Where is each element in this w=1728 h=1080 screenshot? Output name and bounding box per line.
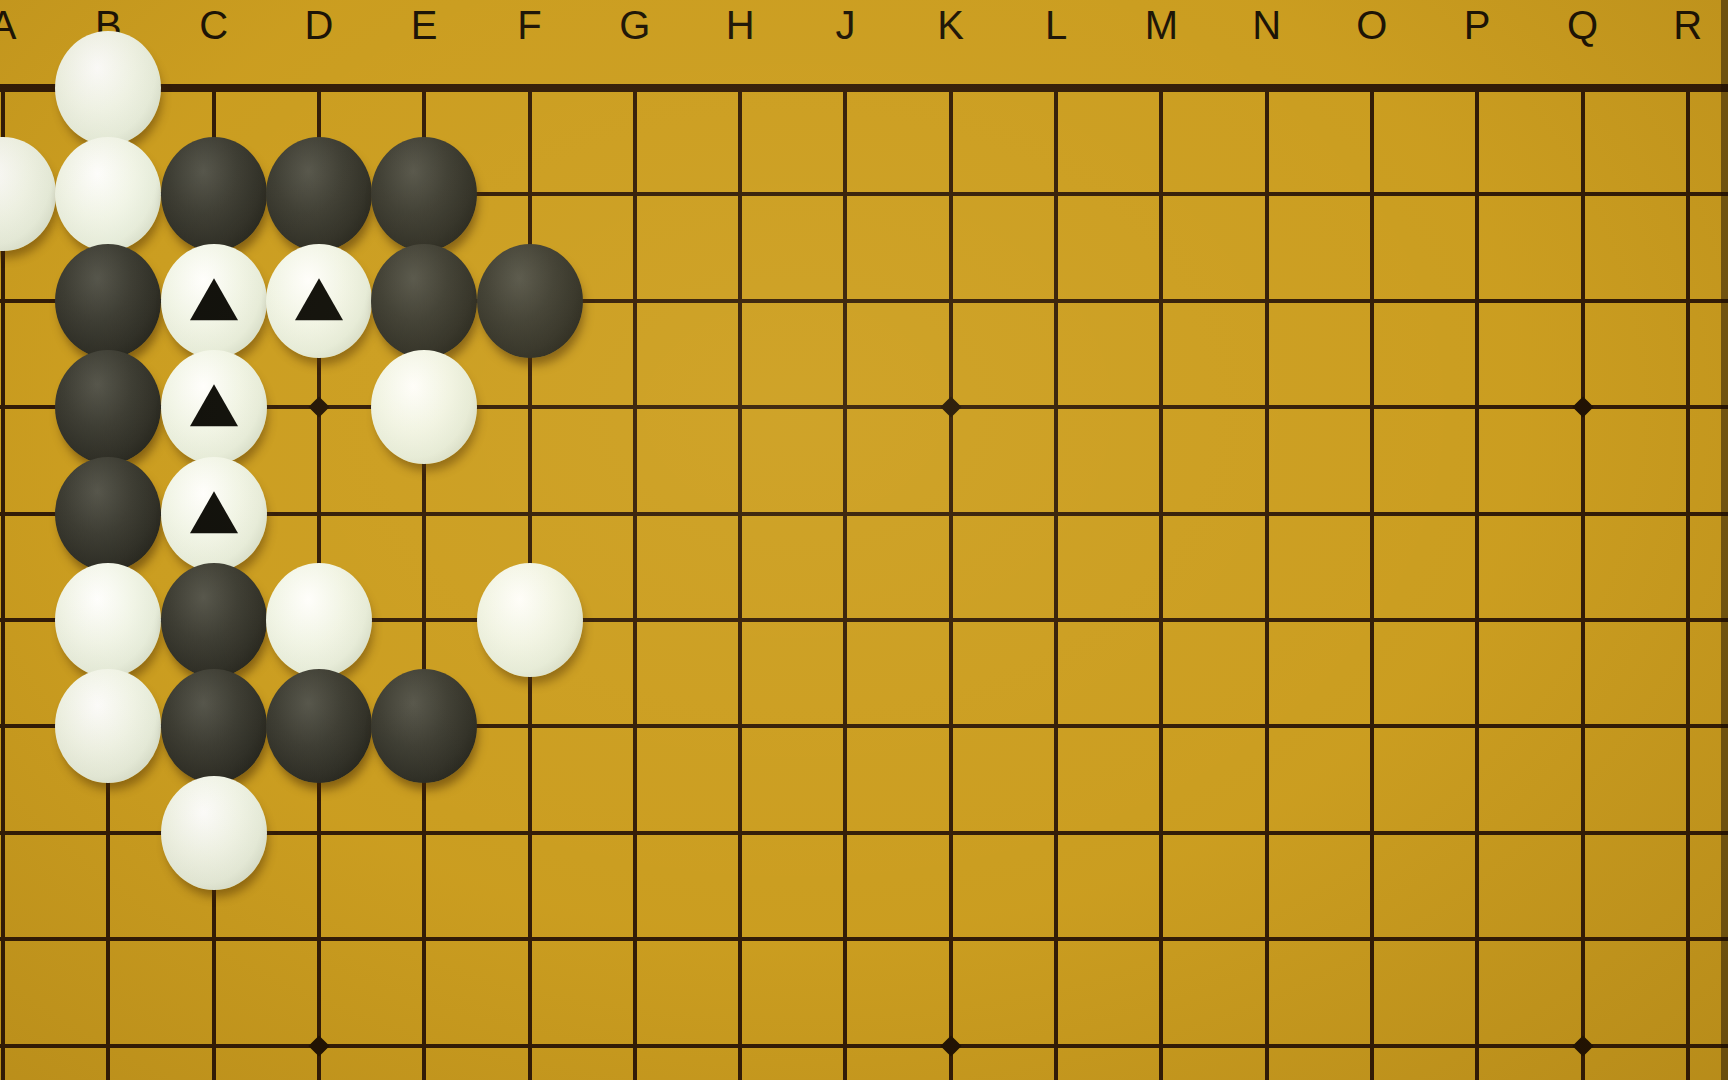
column-label-J: J	[835, 3, 855, 47]
black-stone-C14[interactable]	[161, 563, 267, 677]
grid-line-vertical-M	[1159, 84, 1163, 1080]
column-label-D: D	[304, 3, 333, 47]
black-stone-B16[interactable]	[55, 350, 161, 464]
white-stone-C17[interactable]	[161, 244, 267, 358]
white-stone-B18[interactable]	[55, 137, 161, 251]
black-stone-C13[interactable]	[161, 669, 267, 783]
column-label-R: R	[1673, 3, 1702, 47]
grid-line-vertical-P	[1475, 84, 1479, 1080]
triangle-mark-icon	[295, 278, 343, 320]
white-stone-E16[interactable]	[371, 350, 477, 464]
column-label-H: H	[726, 3, 755, 47]
black-stone-C18[interactable]	[161, 137, 267, 251]
grid-line-vertical-O	[1370, 84, 1374, 1080]
star-point-Q10	[1572, 1035, 1593, 1056]
black-stone-E13[interactable]	[371, 669, 477, 783]
black-stone-F17[interactable]	[477, 244, 583, 358]
grid-line-vertical-J	[843, 84, 847, 1080]
grid-line-horizontal-19	[0, 84, 1728, 92]
black-stone-D18[interactable]	[266, 137, 372, 251]
black-stone-E18[interactable]	[371, 137, 477, 251]
grid-line-vertical-L	[1054, 84, 1058, 1080]
grid-line-vertical-G	[633, 84, 637, 1080]
star-point-D10	[308, 1035, 329, 1056]
column-label-M: M	[1145, 3, 1178, 47]
triangle-mark-icon	[190, 385, 238, 427]
white-stone-D17[interactable]	[266, 244, 372, 358]
white-stone-A18[interactable]	[0, 137, 56, 251]
column-label-E: E	[411, 3, 438, 47]
column-label-C: C	[199, 3, 228, 47]
white-stone-C15[interactable]	[161, 457, 267, 571]
go-board-screenshot: ABCDEFGHJKLMNOPQR	[0, 0, 1728, 1080]
grid-line-vertical-H	[738, 84, 742, 1080]
column-label-N: N	[1252, 3, 1281, 47]
black-stone-E17[interactable]	[371, 244, 477, 358]
column-label-O: O	[1356, 3, 1387, 47]
column-label-A: A	[0, 3, 16, 47]
white-stone-F14[interactable]	[477, 563, 583, 677]
star-point-Q16	[1572, 397, 1593, 418]
white-stone-C12[interactable]	[161, 776, 267, 890]
black-stone-D13[interactable]	[266, 669, 372, 783]
grid-line-vertical-R	[1686, 84, 1690, 1080]
star-point-K16	[940, 397, 961, 418]
white-stone-C16[interactable]	[161, 350, 267, 464]
grid-line-horizontal-11	[0, 937, 1728, 941]
white-stone-B14[interactable]	[55, 563, 161, 677]
column-label-K: K	[937, 3, 964, 47]
star-point-D16	[308, 397, 329, 418]
video-edge-artifact	[1721, 0, 1728, 1080]
triangle-mark-icon	[190, 491, 238, 533]
grid-line-horizontal-10	[0, 1044, 1728, 1048]
grid-line-vertical-K	[949, 84, 953, 1080]
triangle-mark-icon	[190, 278, 238, 320]
white-stone-B19[interactable]	[55, 31, 161, 145]
white-stone-B13[interactable]	[55, 669, 161, 783]
grid-line-vertical-N	[1265, 84, 1269, 1080]
column-label-L: L	[1045, 3, 1067, 47]
white-stone-D14[interactable]	[266, 563, 372, 677]
column-label-P: P	[1464, 3, 1491, 47]
column-label-Q: Q	[1567, 3, 1598, 47]
grid-line-vertical-Q	[1581, 84, 1585, 1080]
star-point-K10	[940, 1035, 961, 1056]
black-stone-B15[interactable]	[55, 457, 161, 571]
column-label-G: G	[619, 3, 650, 47]
column-label-F: F	[517, 3, 541, 47]
black-stone-B17[interactable]	[55, 244, 161, 358]
